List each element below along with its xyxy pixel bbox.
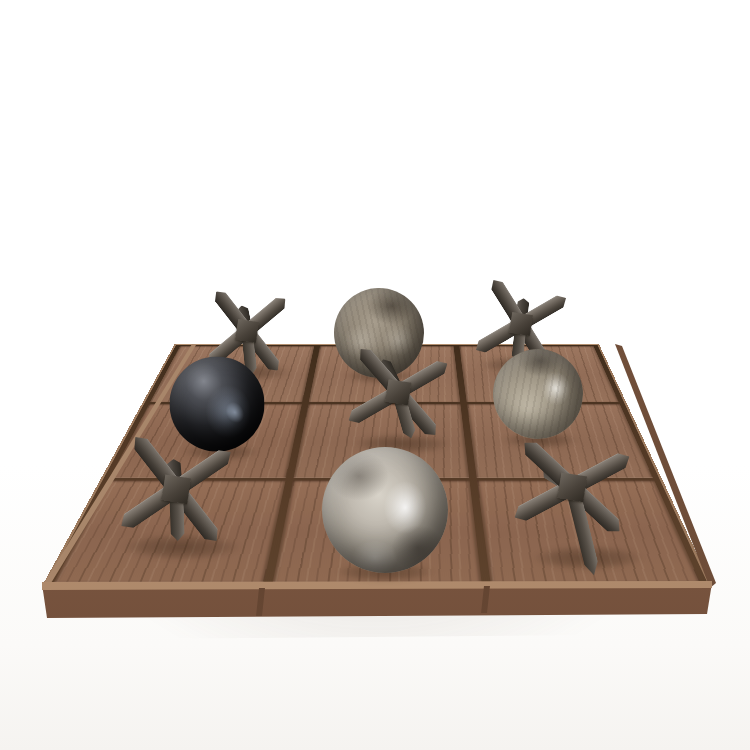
- piece-o-r1c0[interactable]: [170, 357, 265, 452]
- jack-hub: [385, 379, 411, 405]
- jack-hub: [161, 474, 190, 503]
- jack-hub: [235, 319, 259, 343]
- pieces-layer: [0, 0, 750, 750]
- piece-o-r2c1[interactable]: [322, 447, 448, 573]
- scene: [0, 0, 750, 750]
- jack-hub: [557, 472, 586, 501]
- jack-hub: [509, 312, 533, 336]
- piece-o-r1c2[interactable]: [493, 349, 583, 439]
